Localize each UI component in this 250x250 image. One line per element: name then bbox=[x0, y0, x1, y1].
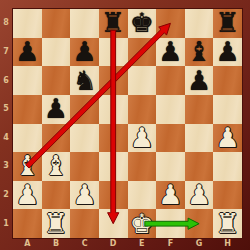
square-f7[interactable]: ♟ bbox=[156, 38, 185, 67]
board-frame: ♜♚♜♟♟♟♝♟♞♟♟♟♟♝♝♟♟♟♟♜♚♜ bbox=[12, 8, 243, 239]
square-g8[interactable] bbox=[185, 9, 214, 38]
square-d3[interactable] bbox=[99, 152, 128, 181]
square-f1[interactable] bbox=[156, 209, 185, 238]
square-h7[interactable]: ♟ bbox=[213, 38, 242, 67]
black-pawn-g6[interactable]: ♟ bbox=[185, 66, 214, 95]
square-d6[interactable] bbox=[99, 66, 128, 95]
white-bishop-a3[interactable]: ♝ bbox=[13, 152, 42, 181]
white-bishop-b3[interactable]: ♝ bbox=[42, 152, 71, 181]
square-c3[interactable] bbox=[70, 152, 99, 181]
square-f5[interactable] bbox=[156, 95, 185, 124]
square-d1[interactable] bbox=[99, 209, 128, 238]
chess-diagram: ♜♚♜♟♟♟♝♟♞♟♟♟♟♝♝♟♟♟♟♜♚♜ 87654321ABCDEFGH bbox=[0, 0, 250, 250]
square-e8[interactable]: ♚ bbox=[128, 9, 157, 38]
black-bishop-g7[interactable]: ♝ bbox=[185, 38, 214, 67]
square-e5[interactable] bbox=[128, 95, 157, 124]
square-a1[interactable] bbox=[13, 209, 42, 238]
square-e6[interactable] bbox=[128, 66, 157, 95]
square-c5[interactable] bbox=[70, 95, 99, 124]
rank-label-8: 8 bbox=[1, 18, 11, 28]
square-g7[interactable]: ♝ bbox=[185, 38, 214, 67]
square-a4[interactable] bbox=[13, 124, 42, 153]
square-f3[interactable] bbox=[156, 152, 185, 181]
square-f6[interactable] bbox=[156, 66, 185, 95]
square-b1[interactable]: ♜ bbox=[42, 209, 71, 238]
square-c2[interactable]: ♟ bbox=[70, 181, 99, 210]
chess-board[interactable]: ♜♚♜♟♟♟♝♟♞♟♟♟♟♝♝♟♟♟♟♜♚♜ bbox=[13, 9, 242, 238]
square-c8[interactable] bbox=[70, 9, 99, 38]
square-d7[interactable] bbox=[99, 38, 128, 67]
white-pawn-h4[interactable]: ♟ bbox=[213, 124, 242, 153]
square-a6[interactable] bbox=[13, 66, 42, 95]
rank-label-7: 7 bbox=[1, 47, 11, 57]
file-label-E: E bbox=[136, 239, 148, 249]
square-d5[interactable] bbox=[99, 95, 128, 124]
square-h1[interactable]: ♜ bbox=[213, 209, 242, 238]
square-b8[interactable] bbox=[42, 9, 71, 38]
square-a5[interactable] bbox=[13, 95, 42, 124]
square-b5[interactable]: ♟ bbox=[42, 95, 71, 124]
square-a8[interactable] bbox=[13, 9, 42, 38]
square-g3[interactable] bbox=[185, 152, 214, 181]
white-pawn-c2[interactable]: ♟ bbox=[70, 181, 99, 210]
file-label-B: B bbox=[50, 239, 62, 249]
black-king-e8[interactable]: ♚ bbox=[128, 9, 157, 38]
black-pawn-f7[interactable]: ♟ bbox=[156, 38, 185, 67]
black-knight-c6[interactable]: ♞ bbox=[70, 66, 99, 95]
black-pawn-b5[interactable]: ♟ bbox=[42, 95, 71, 124]
square-b6[interactable] bbox=[42, 66, 71, 95]
rank-label-6: 6 bbox=[1, 76, 11, 86]
square-e3[interactable] bbox=[128, 152, 157, 181]
white-pawn-a2[interactable]: ♟ bbox=[13, 181, 42, 210]
square-d4[interactable] bbox=[99, 124, 128, 153]
square-a7[interactable]: ♟ bbox=[13, 38, 42, 67]
black-pawn-h7[interactable]: ♟ bbox=[213, 38, 242, 67]
square-g5[interactable] bbox=[185, 95, 214, 124]
white-pawn-g2[interactable]: ♟ bbox=[185, 181, 214, 210]
black-rook-d8[interactable]: ♜ bbox=[99, 9, 128, 38]
file-label-H: H bbox=[222, 239, 234, 249]
square-h8[interactable]: ♜ bbox=[213, 9, 242, 38]
square-a3[interactable]: ♝ bbox=[13, 152, 42, 181]
square-h2[interactable] bbox=[213, 181, 242, 210]
square-h3[interactable] bbox=[213, 152, 242, 181]
square-g4[interactable] bbox=[185, 124, 214, 153]
square-c1[interactable] bbox=[70, 209, 99, 238]
square-h6[interactable] bbox=[213, 66, 242, 95]
square-e2[interactable] bbox=[128, 181, 157, 210]
rank-label-1: 1 bbox=[1, 219, 11, 229]
square-d8[interactable]: ♜ bbox=[99, 9, 128, 38]
square-b3[interactable]: ♝ bbox=[42, 152, 71, 181]
file-label-F: F bbox=[164, 239, 176, 249]
black-pawn-a7[interactable]: ♟ bbox=[13, 38, 42, 67]
square-h5[interactable] bbox=[213, 95, 242, 124]
white-king-e1[interactable]: ♚ bbox=[128, 209, 157, 238]
white-rook-b1[interactable]: ♜ bbox=[42, 209, 71, 238]
file-label-D: D bbox=[107, 239, 119, 249]
black-rook-h8[interactable]: ♜ bbox=[213, 9, 242, 38]
square-b7[interactable] bbox=[42, 38, 71, 67]
square-f2[interactable]: ♟ bbox=[156, 181, 185, 210]
file-label-A: A bbox=[21, 239, 33, 249]
square-d2[interactable] bbox=[99, 181, 128, 210]
file-label-C: C bbox=[79, 239, 91, 249]
square-g1[interactable] bbox=[185, 209, 214, 238]
square-e7[interactable] bbox=[128, 38, 157, 67]
white-rook-h1[interactable]: ♜ bbox=[213, 209, 242, 238]
square-f4[interactable] bbox=[156, 124, 185, 153]
black-pawn-c7[interactable]: ♟ bbox=[70, 38, 99, 67]
rank-label-3: 3 bbox=[1, 161, 11, 171]
square-g6[interactable]: ♟ bbox=[185, 66, 214, 95]
square-e4[interactable]: ♟ bbox=[128, 124, 157, 153]
white-pawn-e4[interactable]: ♟ bbox=[128, 124, 157, 153]
square-a2[interactable]: ♟ bbox=[13, 181, 42, 210]
square-b4[interactable] bbox=[42, 124, 71, 153]
square-f8[interactable] bbox=[156, 9, 185, 38]
rank-label-5: 5 bbox=[1, 104, 11, 114]
square-g2[interactable]: ♟ bbox=[185, 181, 214, 210]
square-c7[interactable]: ♟ bbox=[70, 38, 99, 67]
square-e1[interactable]: ♚ bbox=[128, 209, 157, 238]
rank-label-4: 4 bbox=[1, 133, 11, 143]
file-label-G: G bbox=[193, 239, 205, 249]
square-h4[interactable]: ♟ bbox=[213, 124, 242, 153]
square-c6[interactable]: ♞ bbox=[70, 66, 99, 95]
square-c4[interactable] bbox=[70, 124, 99, 153]
square-b2[interactable] bbox=[42, 181, 71, 210]
rank-label-2: 2 bbox=[1, 190, 11, 200]
white-pawn-f2[interactable]: ♟ bbox=[156, 181, 185, 210]
